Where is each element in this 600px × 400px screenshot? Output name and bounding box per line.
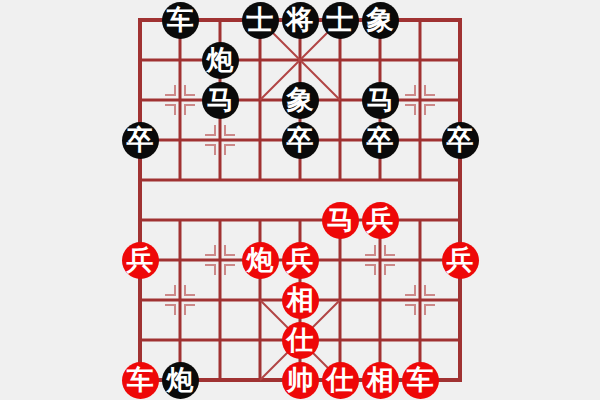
board-point-a5[interactable] xyxy=(120,160,160,200)
board-point-f6[interactable] xyxy=(320,120,360,160)
board-point-i2[interactable] xyxy=(440,280,480,320)
board-point-b1[interactable] xyxy=(160,320,200,360)
board-point-i8[interactable] xyxy=(440,40,480,80)
board-point-h6[interactable] xyxy=(400,120,440,160)
board-point-c0[interactable] xyxy=(200,360,240,400)
board-point-d0[interactable] xyxy=(240,360,280,400)
board-point-h1[interactable] xyxy=(400,320,440,360)
piece-black[interactable]: 象 xyxy=(282,82,319,119)
board-point-h7[interactable] xyxy=(400,80,440,120)
board-point-g6[interactable]: 卒 xyxy=(360,120,400,160)
board-point-d4[interactable] xyxy=(240,200,280,240)
board-point-b6[interactable] xyxy=(160,120,200,160)
board-point-d9[interactable]: 士 xyxy=(240,0,280,40)
piece-black[interactable]: 卒 xyxy=(282,122,319,159)
piece-black[interactable]: 车 xyxy=(162,2,199,39)
board-point-b5[interactable] xyxy=(160,160,200,200)
board-point-a1[interactable] xyxy=(120,320,160,360)
board-point-g9[interactable]: 象 xyxy=(360,0,400,40)
board-point-i7[interactable] xyxy=(440,80,480,120)
board-point-d7[interactable] xyxy=(240,80,280,120)
board-point-h9[interactable] xyxy=(400,0,440,40)
board-point-e6[interactable]: 卒 xyxy=(280,120,320,160)
piece-black[interactable]: 士 xyxy=(242,2,279,39)
piece-red[interactable]: 相 xyxy=(362,362,399,399)
board-point-g8[interactable] xyxy=(360,40,400,80)
board-point-f3[interactable] xyxy=(320,240,360,280)
board-point-a7[interactable] xyxy=(120,80,160,120)
piece-red[interactable]: 车 xyxy=(122,362,159,399)
board-point-e2[interactable]: 相 xyxy=(280,280,320,320)
board-point-a6[interactable]: 卒 xyxy=(120,120,160,160)
board-point-e7[interactable]: 象 xyxy=(280,80,320,120)
board-point-h5[interactable] xyxy=(400,160,440,200)
board-point-d6[interactable] xyxy=(240,120,280,160)
board-point-c9[interactable] xyxy=(200,0,240,40)
board-point-c7[interactable]: 马 xyxy=(200,80,240,120)
board-point-d1[interactable] xyxy=(240,320,280,360)
board-point-f4[interactable]: 马 xyxy=(320,200,360,240)
board-point-a0[interactable]: 车 xyxy=(120,360,160,400)
piece-black[interactable]: 象 xyxy=(362,2,399,39)
piece-black[interactable]: 炮 xyxy=(202,42,239,79)
board-point-d2[interactable] xyxy=(240,280,280,320)
board-point-b7[interactable] xyxy=(160,80,200,120)
board-grid: 车士将士象炮马象马卒卒卒卒马兵兵炮兵兵相仕车炮帅仕相车 xyxy=(120,0,480,400)
piece-red[interactable]: 马 xyxy=(322,202,359,239)
board-point-e4[interactable] xyxy=(280,200,320,240)
board-point-b3[interactable] xyxy=(160,240,200,280)
piece-red[interactable]: 相 xyxy=(282,282,319,319)
piece-black[interactable]: 卒 xyxy=(442,122,479,159)
board-point-f1[interactable] xyxy=(320,320,360,360)
board-point-a2[interactable] xyxy=(120,280,160,320)
board-point-h3[interactable] xyxy=(400,240,440,280)
board-point-a4[interactable] xyxy=(120,200,160,240)
board-point-e0[interactable]: 帅 xyxy=(280,360,320,400)
board-point-c3[interactable] xyxy=(200,240,240,280)
board-point-i1[interactable] xyxy=(440,320,480,360)
board-point-c5[interactable] xyxy=(200,160,240,200)
piece-red[interactable]: 车 xyxy=(402,362,439,399)
piece-black[interactable]: 卒 xyxy=(122,122,159,159)
board-point-g3[interactable] xyxy=(360,240,400,280)
board-point-b9[interactable]: 车 xyxy=(160,0,200,40)
board-point-i9[interactable] xyxy=(440,0,480,40)
board-point-a9[interactable] xyxy=(120,0,160,40)
board-point-g4[interactable]: 兵 xyxy=(360,200,400,240)
board-point-f8[interactable] xyxy=(320,40,360,80)
board-point-i6[interactable]: 卒 xyxy=(440,120,480,160)
board-point-i4[interactable] xyxy=(440,200,480,240)
board-point-g1[interactable] xyxy=(360,320,400,360)
board-point-a8[interactable] xyxy=(120,40,160,80)
board-point-g5[interactable] xyxy=(360,160,400,200)
board-point-e8[interactable] xyxy=(280,40,320,80)
board-point-e1[interactable]: 仕 xyxy=(280,320,320,360)
board-point-d8[interactable] xyxy=(240,40,280,80)
piece-red[interactable]: 炮 xyxy=(242,242,279,279)
piece-red[interactable]: 兵 xyxy=(282,242,319,279)
board-point-b8[interactable] xyxy=(160,40,200,80)
board-point-i5[interactable] xyxy=(440,160,480,200)
piece-black[interactable]: 马 xyxy=(362,82,399,119)
board-point-f9[interactable]: 士 xyxy=(320,0,360,40)
board-point-b0[interactable]: 炮 xyxy=(160,360,200,400)
piece-red[interactable]: 帅 xyxy=(282,362,319,399)
board-point-h8[interactable] xyxy=(400,40,440,80)
piece-red[interactable]: 仕 xyxy=(322,362,359,399)
board-point-d3[interactable]: 炮 xyxy=(240,240,280,280)
board-point-b2[interactable] xyxy=(160,280,200,320)
board-point-c1[interactable] xyxy=(200,320,240,360)
board-point-i0[interactable] xyxy=(440,360,480,400)
board-point-c4[interactable] xyxy=(200,200,240,240)
board-point-b4[interactable] xyxy=(160,200,200,240)
piece-black[interactable]: 马 xyxy=(202,82,239,119)
xiangqi-board: 车士将士象炮马象马卒卒卒卒马兵兵炮兵兵相仕车炮帅仕相车 xyxy=(0,0,600,400)
board-point-e3[interactable]: 兵 xyxy=(280,240,320,280)
piece-red[interactable]: 兵 xyxy=(362,202,399,239)
board-point-g2[interactable] xyxy=(360,280,400,320)
board-point-g7[interactable]: 马 xyxy=(360,80,400,120)
board-point-e9[interactable]: 将 xyxy=(280,0,320,40)
board-point-f2[interactable] xyxy=(320,280,360,320)
board-point-h4[interactable] xyxy=(400,200,440,240)
board-point-f0[interactable]: 仕 xyxy=(320,360,360,400)
board-point-c2[interactable] xyxy=(200,280,240,320)
board-point-c8[interactable]: 炮 xyxy=(200,40,240,80)
piece-red[interactable]: 仕 xyxy=(282,322,319,359)
board-point-a3[interactable]: 兵 xyxy=(120,240,160,280)
board-point-i3[interactable]: 兵 xyxy=(440,240,480,280)
board-point-f7[interactable] xyxy=(320,80,360,120)
board-point-h2[interactable] xyxy=(400,280,440,320)
piece-black[interactable]: 卒 xyxy=(362,122,399,159)
board-point-e5[interactable] xyxy=(280,160,320,200)
board-point-d5[interactable] xyxy=(240,160,280,200)
piece-black[interactable]: 士 xyxy=(322,2,359,39)
board-point-c6[interactable] xyxy=(200,120,240,160)
piece-black[interactable]: 将 xyxy=(282,2,319,39)
piece-black[interactable]: 炮 xyxy=(162,362,199,399)
board-point-h0[interactable]: 车 xyxy=(400,360,440,400)
piece-red[interactable]: 兵 xyxy=(122,242,159,279)
board-point-f5[interactable] xyxy=(320,160,360,200)
piece-red[interactable]: 兵 xyxy=(442,242,479,279)
board-point-g0[interactable]: 相 xyxy=(360,360,400,400)
